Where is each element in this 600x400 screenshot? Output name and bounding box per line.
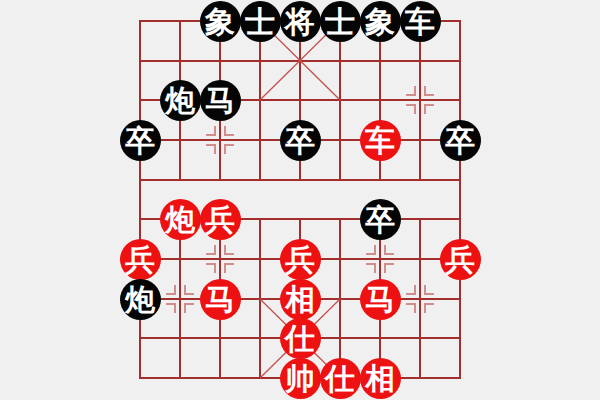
piece-black-soldier[interactable]: 卒 [440,120,481,161]
piece-red-advisor[interactable]: 仕 [320,358,361,399]
piece-black-horse[interactable]: 马 [200,80,241,121]
piece-red-elephant[interactable]: 相 [360,358,401,399]
piece-black-cannon[interactable]: 炮 [120,279,161,320]
piece-black-advisor[interactable]: 士 [320,1,361,42]
piece-red-soldier[interactable]: 兵 [280,239,321,280]
piece-red-cannon[interactable]: 炮 [160,199,201,240]
piece-red-advisor[interactable]: 仕 [280,318,321,359]
piece-red-soldier[interactable]: 兵 [200,199,241,240]
piece-black-chariot[interactable]: 车 [400,1,441,42]
piece-red-horse[interactable]: 马 [200,279,241,320]
piece-black-general[interactable]: 将 [280,1,321,42]
piece-black-soldier[interactable]: 卒 [120,120,161,161]
piece-black-soldier[interactable]: 卒 [280,120,321,161]
piece-red-soldier[interactable]: 兵 [440,239,481,280]
piece-red-soldier[interactable]: 兵 [120,239,161,280]
piece-red-chariot[interactable]: 车 [360,120,401,161]
piece-black-elephant[interactable]: 象 [200,1,241,42]
piece-red-elephant[interactable]: 相 [280,279,321,320]
pieces-layer: 象士将士象车炮马卒卒车卒炮兵卒兵兵兵炮马相马仕帅仕相 [0,0,600,400]
piece-black-advisor[interactable]: 士 [240,1,281,42]
piece-red-horse[interactable]: 马 [360,279,401,320]
piece-red-general[interactable]: 帅 [280,358,321,399]
piece-black-soldier[interactable]: 卒 [360,199,401,240]
xiangqi-board: 象士将士象车炮马卒卒车卒炮兵卒兵兵兵炮马相马仕帅仕相 [0,0,600,400]
piece-black-cannon[interactable]: 炮 [160,80,201,121]
piece-black-elephant[interactable]: 象 [360,1,401,42]
